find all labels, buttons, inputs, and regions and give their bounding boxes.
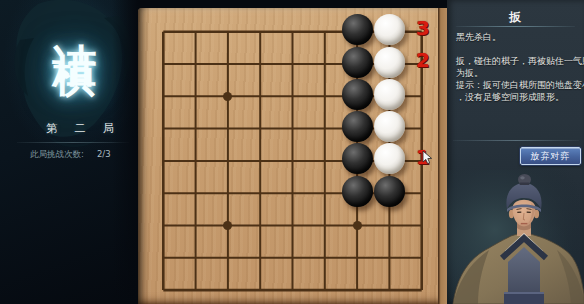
black-stone: [342, 143, 373, 174]
black-stone: [342, 176, 373, 207]
black-stone: [342, 47, 373, 78]
sidebar: 诘棋 第 二 局 此局挑战次数: 2/3: [0, 0, 138, 304]
white-stone: [374, 14, 405, 45]
title-underline: [456, 26, 575, 27]
technique-title: 扳: [447, 9, 584, 26]
npc-portrait: [447, 170, 584, 304]
go-puzzle-screen: 诘棋 第 二 局 此局挑战次数: 2/3 321 扳 黑先杀白。 扳，碰住的棋子…: [0, 0, 584, 304]
black-stone: [342, 79, 373, 110]
text-line: 黑先杀白。: [456, 31, 582, 43]
text-line: 为扳。: [456, 67, 582, 79]
text-line: [456, 43, 582, 55]
puzzle-description: 黑先杀白。 扳，碰住的棋子，再被贴住一气则为扳。提示：扳可使白棋所围的地盘变小，…: [456, 31, 582, 103]
white-stone: [374, 47, 405, 78]
star-point: [353, 221, 362, 230]
attempts-label: 此局挑战次数:: [30, 149, 84, 161]
mouse-cursor: [422, 150, 433, 169]
text-line: 扳，碰住的棋子，再被贴住一气则: [456, 55, 582, 67]
black-stone: [342, 111, 373, 142]
white-stone: [374, 79, 405, 110]
forfeit-button[interactable]: 放弃对弈: [520, 147, 581, 165]
sidebar-fade: [112, 0, 138, 304]
text-line: 提示：扳可使白棋所围的地盘变小: [456, 79, 582, 91]
move-mark: 3: [416, 18, 430, 38]
white-stone: [374, 111, 405, 142]
go-board[interactable]: 321: [138, 8, 447, 304]
attempts-value: 2/3: [97, 149, 111, 161]
move-mark: 2: [416, 50, 430, 70]
text-line: ，没有足够空间形成眼形。: [456, 91, 582, 103]
black-stone: [374, 176, 405, 207]
panel-divider: [453, 140, 579, 141]
puzzle-mode-title: 诘棋: [49, 8, 101, 28]
black-stone: [342, 14, 373, 45]
